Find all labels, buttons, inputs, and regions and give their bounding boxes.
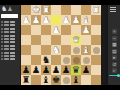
square-g5[interactable]: ♝	[81, 45, 91, 55]
square-a8[interactable]: ♜	[21, 75, 31, 85]
slider-knob[interactable]	[117, 74, 120, 77]
square-e5[interactable]	[61, 45, 71, 55]
square-a3[interactable]	[21, 25, 31, 35]
square-h1[interactable]: ♜	[91, 5, 101, 15]
size-slider[interactable]	[109, 74, 120, 77]
square-g8[interactable]	[81, 75, 91, 85]
square-h6[interactable]	[91, 55, 101, 65]
square-e2[interactable]: ♟	[61, 15, 71, 25]
piece-black-king[interactable]: ♚	[51, 75, 61, 85]
save-button[interactable]: ▤	[112, 49, 117, 54]
move-row[interactable]	[1, 38, 19, 40]
square-h3[interactable]	[91, 25, 101, 35]
square-a5[interactable]	[21, 45, 31, 55]
square-a2[interactable]: ♟	[21, 15, 31, 25]
move-row[interactable]	[1, 41, 19, 43]
square-f5[interactable]	[71, 45, 81, 55]
square-c4[interactable]	[41, 35, 51, 45]
hamburger-icon[interactable]	[110, 7, 116, 12]
square-b5[interactable]	[31, 45, 41, 55]
minus-button[interactable]: −	[112, 36, 117, 41]
piece-white-pawn[interactable]: ♟	[41, 15, 51, 25]
undo-button[interactable]: ↺	[112, 62, 117, 67]
legal-move-dot[interactable]	[73, 57, 80, 64]
piece-white-pawn[interactable]: ♟	[61, 15, 71, 25]
square-b8[interactable]	[31, 75, 41, 85]
plus-button[interactable]: +	[112, 29, 117, 34]
move-row[interactable]	[1, 55, 19, 57]
piece-white-pawn[interactable]: ♟	[51, 25, 61, 35]
piece-white-pawn[interactable]: ♟	[71, 15, 81, 25]
square-c3[interactable]	[41, 25, 51, 35]
square-d3[interactable]: ♟	[51, 25, 61, 35]
move-list-panel: ♞♟	[0, 5, 20, 85]
move-row[interactable]	[1, 21, 19, 23]
piece-white-knight[interactable]: ♞	[51, 45, 61, 55]
legal-move-dot[interactable]	[83, 57, 90, 64]
square-d8[interactable]: ♚	[51, 75, 61, 85]
next-button[interactable]: ▹	[112, 68, 117, 73]
legal-move-dot[interactable]	[73, 47, 80, 54]
fen-input[interactable]	[1, 14, 18, 18]
square-h4[interactable]	[91, 35, 101, 45]
square-e8[interactable]	[61, 75, 71, 85]
board-button[interactable]: ▦	[112, 42, 117, 47]
piece-white-pawn[interactable]: ♟	[81, 25, 91, 35]
piece-white-rook[interactable]: ♜	[91, 5, 101, 15]
piece-white-bishop[interactable]: ♝	[81, 45, 91, 55]
piece-white-queen[interactable]: ♛	[71, 35, 81, 45]
move-row[interactable]	[1, 45, 19, 47]
square-h7[interactable]	[91, 65, 101, 75]
play-button[interactable]: ▸	[112, 55, 117, 60]
legal-move-dot[interactable]	[63, 57, 70, 64]
content-area: ♞♟ ♚♜♜♟♟♟♟♟♝♟♟♛♞♝♞♟♟♟♟♟♛♟♜♝♚♝ +−▦▤▸↺▹	[0, 5, 120, 85]
square-e7[interactable]: ♟	[61, 65, 71, 75]
piece-black-bishop[interactable]: ♝	[71, 75, 81, 85]
piece-black-rook[interactable]: ♜	[21, 75, 31, 85]
square-g7[interactable]: ♟	[81, 65, 91, 75]
square-g3[interactable]: ♟	[81, 25, 91, 35]
square-b7[interactable]: ♟	[31, 65, 41, 75]
move-row[interactable]	[1, 48, 19, 50]
square-e4[interactable]	[61, 35, 71, 45]
square-h2[interactable]	[91, 15, 101, 25]
app-window: ♞♟ ♚♜♜♟♟♟♟♟♝♟♟♛♞♝♞♟♟♟♟♟♛♟♜♝♚♝ +−▦▤▸↺▹	[0, 0, 120, 90]
player-piece-icons: ♞♟	[1, 5, 13, 13]
piece-black-pawn[interactable]: ♟	[81, 65, 91, 75]
square-f2[interactable]: ♟	[71, 15, 81, 25]
square-a4[interactable]	[21, 35, 31, 45]
legal-move-dot[interactable]	[93, 47, 100, 54]
move-row[interactable]	[1, 28, 19, 30]
square-h5[interactable]	[91, 45, 101, 55]
move-row[interactable]	[1, 31, 19, 33]
square-c8[interactable]: ♝	[41, 75, 51, 85]
piece-white-pawn[interactable]: ♟	[31, 15, 41, 25]
toolbar-panel: +−▦▤▸↺▹	[108, 5, 120, 85]
move-row[interactable]	[1, 58, 19, 60]
square-b2[interactable]: ♟	[31, 15, 41, 25]
pawn-icon: ♟	[7, 5, 12, 12]
board-area: ♚♜♜♟♟♟♟♟♝♟♟♛♞♝♞♟♟♟♟♟♛♟♜♝♚♝	[20, 5, 105, 85]
piece-black-pawn[interactable]: ♟	[31, 65, 41, 75]
square-b4[interactable]	[31, 35, 41, 45]
piece-black-pawn[interactable]: ♟	[61, 65, 71, 75]
piece-white-pawn[interactable]: ♟	[21, 15, 31, 25]
move-row[interactable]	[1, 24, 19, 26]
square-b3[interactable]	[31, 25, 41, 35]
move-row[interactable]	[1, 35, 19, 37]
square-f4[interactable]: ♛	[71, 35, 81, 45]
square-f8[interactable]: ♝	[71, 75, 81, 85]
chess-board[interactable]: ♚♜♜♟♟♟♟♟♝♟♟♛♞♝♞♟♟♟♟♟♛♟♜♝♚♝	[21, 5, 101, 85]
square-e3[interactable]	[61, 25, 71, 35]
letterbox-bottom	[0, 85, 120, 90]
toolbar-buttons: +−▦▤▸↺▹	[109, 29, 120, 73]
move-row[interactable]	[1, 52, 19, 54]
legal-move-dot[interactable]	[63, 77, 70, 84]
square-d5[interactable]: ♞	[51, 45, 61, 55]
square-c2[interactable]: ♟	[41, 15, 51, 25]
move-list	[1, 21, 19, 62]
square-h8[interactable]	[91, 75, 101, 85]
square-d1[interactable]	[51, 5, 61, 15]
piece-black-bishop[interactable]: ♝	[41, 75, 51, 85]
